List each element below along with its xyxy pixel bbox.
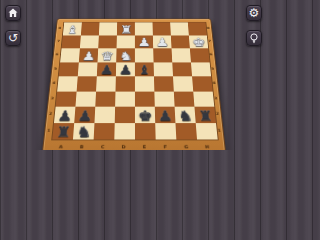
piece-wB: ♝ [65,23,79,35]
rank-label-2: 2 [46,106,54,122]
square-d2[interactable] [114,107,134,123]
square-b3[interactable] [75,91,96,106]
rank-label-3: 3 [211,90,219,105]
piece-wP: ♟ [155,36,169,49]
file-label-a: A [50,143,72,150]
piece-wN: ♞ [118,49,132,62]
piece-bP: ♟ [157,108,172,124]
piece-wQ: ♛ [100,49,114,62]
file-label-g: G [175,143,196,150]
square-a5[interactable] [58,62,78,76]
square-g4[interactable] [173,76,193,91]
square-c5[interactable]: ♟ [96,62,115,76]
square-f1[interactable] [155,123,176,140]
file-label-f: F [154,143,175,150]
rank-label-8: 8 [204,22,211,35]
piece-bK: ♚ [137,108,152,124]
square-g2[interactable]: ♞ [174,107,195,123]
settings-button[interactable]: ⚙ [246,5,262,21]
square-b7[interactable] [79,35,98,48]
piece-bR: ♜ [197,108,213,124]
piece-wP: ♟ [81,49,95,62]
square-g8[interactable] [170,22,189,35]
square-c3[interactable] [95,91,115,106]
square-f4[interactable] [153,76,173,91]
piece-bP: ♟ [76,108,92,124]
rank-label-6: 6 [53,48,61,62]
piece-bN: ♞ [75,124,91,140]
square-e7[interactable]: ♟ [134,35,152,48]
square-f7[interactable]: ♟ [152,35,171,48]
chess-board-scene: 87654321 ♝♜♟♟♚♟♛♞♟♟♝♟♟♚♟♞♜♜♞ 87654321 AB… [42,19,226,150]
undo-icon: ↺ [8,32,18,44]
file-label-d: D [113,143,134,150]
piece-bP: ♟ [118,63,132,77]
square-e3[interactable] [134,91,154,106]
square-h1[interactable] [195,123,217,140]
square-g1[interactable] [175,123,197,140]
file-label-c: C [92,143,113,150]
square-c2[interactable] [94,107,115,123]
square-c6[interactable]: ♛ [97,48,116,62]
square-d3[interactable] [115,91,135,106]
square-d5[interactable]: ♟ [115,62,134,76]
piece-bB: ♝ [137,63,151,77]
square-a3[interactable] [55,91,76,106]
piece-bR: ♜ [55,124,71,140]
rank-label-4: 4 [210,76,218,91]
square-a6[interactable] [60,48,80,62]
piece-wR: ♜ [119,23,132,35]
home-button[interactable] [5,5,21,21]
square-d7[interactable] [116,35,134,48]
square-b1[interactable]: ♞ [72,123,94,140]
gear-icon: ⚙ [249,7,260,19]
square-h8[interactable] [187,22,206,35]
square-e2[interactable]: ♚ [134,107,154,123]
square-b6[interactable]: ♟ [78,48,97,62]
square-c7[interactable] [98,35,117,48]
undo-button[interactable]: ↺ [5,30,21,46]
square-c8[interactable] [98,22,116,35]
piece-bP: ♟ [99,63,113,77]
square-d6[interactable]: ♞ [116,48,135,62]
rank-label-3: 3 [48,90,56,105]
square-f3[interactable] [154,91,174,106]
square-b2[interactable]: ♟ [74,107,95,123]
square-e4[interactable] [134,76,153,91]
lightbulb-icon [249,33,259,44]
square-f6[interactable] [153,48,172,62]
hint-button[interactable] [246,30,262,46]
piece-wP: ♟ [137,36,150,49]
square-c1[interactable] [93,123,114,140]
rank-label-2: 2 [213,106,221,122]
rank-label-1: 1 [44,122,53,139]
square-f8[interactable] [152,22,170,35]
rank-label-5: 5 [208,61,216,75]
square-b4[interactable] [76,76,96,91]
square-g3[interactable] [173,91,194,106]
rank-label-7: 7 [54,34,61,47]
rank-label-6: 6 [207,48,215,62]
rank-label-7: 7 [205,34,212,47]
square-h2[interactable]: ♜ [194,107,216,123]
square-a8[interactable]: ♝ [62,22,81,35]
square-f5[interactable] [153,62,172,76]
rank-label-8: 8 [56,22,63,35]
board-frame: 87654321 ♝♜♟♟♚♟♛♞♟♟♝♟♟♚♟♞♜♜♞ 87654321 AB… [42,19,226,150]
square-h7[interactable]: ♚ [188,35,207,48]
square-d1[interactable] [114,123,135,140]
square-e6[interactable] [134,48,153,62]
piece-wK: ♚ [191,36,205,49]
square-b5[interactable] [77,62,97,76]
square-f2[interactable]: ♟ [154,107,175,123]
square-b8[interactable] [80,22,99,35]
square-h5[interactable] [190,62,210,76]
piece-bN: ♞ [177,108,193,124]
file-label-e: E [134,143,155,150]
square-g6[interactable] [171,48,190,62]
square-d4[interactable] [115,76,134,91]
file-label-h: H [196,143,218,150]
square-h6[interactable] [189,48,209,62]
square-h3[interactable] [193,91,214,106]
square-e5[interactable]: ♝ [134,62,153,76]
square-d8[interactable]: ♜ [116,22,134,35]
rank-label-5: 5 [51,61,59,75]
square-c4[interactable] [96,76,116,91]
square-g7[interactable] [170,35,189,48]
file-label-b: B [71,143,92,150]
rank-label-4: 4 [49,76,57,91]
square-a1[interactable]: ♜ [52,123,74,140]
chess-board: ♝♜♟♟♚♟♛♞♟♟♝♟♟♚♟♞♜♜♞ [51,22,219,141]
home-icon [8,8,18,18]
square-e8[interactable] [134,22,152,35]
file-labels: ABCDEFGH [50,143,218,150]
square-a7[interactable] [61,35,80,48]
rank-label-1: 1 [214,122,223,139]
piece-bP: ♟ [56,108,72,124]
square-a4[interactable] [57,76,78,91]
square-a2[interactable]: ♟ [53,107,74,123]
square-g5[interactable] [172,62,192,76]
square-h4[interactable] [192,76,213,91]
square-e1[interactable] [134,123,155,140]
